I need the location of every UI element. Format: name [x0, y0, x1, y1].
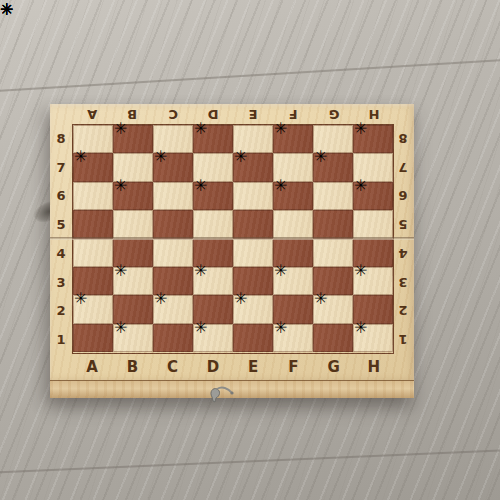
file-label-top-c: C	[153, 106, 193, 123]
pieces-layer: ✳✳✳✳✳✳✳✳✳✳✳✳✳✳✳✳✳✳✳✳✳✳✳✳	[72, 124, 394, 354]
rank-label-left-4: 4	[50, 246, 72, 261]
file-label-top-e: E	[233, 106, 273, 123]
rank-label-right-5: 5	[392, 217, 414, 232]
rank-label-right-2: 2	[392, 303, 414, 318]
rank-label-right-1: 1	[392, 332, 414, 347]
file-label-top-a: A	[72, 106, 112, 123]
file-label-bottom-h: H	[354, 354, 394, 380]
file-label-bottom-d: D	[193, 354, 233, 380]
file-labels-top: ABCDEFGH	[72, 106, 394, 123]
board-front-edge	[50, 380, 414, 398]
rank-label-left-1: 1	[50, 332, 72, 347]
rank-label-left-2: 2	[50, 303, 72, 318]
rank-label-left-8: 8	[50, 131, 72, 146]
rank-label-right-6: 6	[392, 188, 414, 203]
file-labels-bottom: ABCDEFGH	[72, 354, 394, 380]
file-label-top-g: G	[314, 106, 354, 123]
rank-label-right-8: 8	[392, 131, 414, 146]
scene: ABCDEFGH ABCDEFGH 87654321 87654321 ✳✳✳✳…	[0, 0, 500, 500]
rank-label-left-7: 7	[50, 160, 72, 175]
file-label-bottom-b: B	[112, 354, 152, 380]
rank-label-right-4: 4	[392, 246, 414, 261]
file-label-top-h: H	[354, 106, 394, 123]
checkers-board: ABCDEFGH ABCDEFGH 87654321 87654321 ✳✳✳✳…	[50, 104, 414, 398]
latch-icon	[208, 385, 236, 403]
rank-label-left-5: 5	[50, 217, 72, 232]
board-top-surface: ABCDEFGH ABCDEFGH 87654321 87654321 ✳✳✳✳…	[50, 104, 414, 380]
rank-label-left-3: 3	[50, 275, 72, 290]
file-label-top-b: B	[112, 106, 152, 123]
rank-label-left-6: 6	[50, 188, 72, 203]
file-label-bottom-e: E	[233, 354, 273, 380]
file-label-bottom-c: C	[153, 354, 193, 380]
rank-label-right-7: 7	[392, 160, 414, 175]
background-plank-line	[0, 58, 500, 93]
file-label-bottom-f: F	[273, 354, 313, 380]
file-label-top-d: D	[193, 106, 233, 123]
file-label-top-f: F	[273, 106, 313, 123]
file-label-bottom-a: A	[72, 354, 112, 380]
rank-label-right-3: 3	[392, 275, 414, 290]
background-plank-line	[0, 448, 500, 474]
file-label-bottom-g: G	[314, 354, 354, 380]
